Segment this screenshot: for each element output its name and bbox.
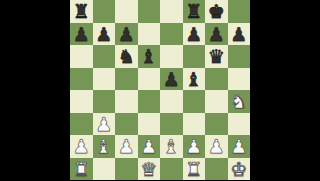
black-pawn[interactable]: ♟ bbox=[95, 23, 112, 45]
square-e1[interactable] bbox=[160, 158, 183, 181]
black-bishop[interactable]: ♝ bbox=[185, 68, 202, 90]
black-pawn[interactable]: ♟ bbox=[185, 23, 202, 45]
white-pawn[interactable]: ♟ bbox=[118, 135, 135, 157]
square-c2[interactable]: ♟ bbox=[115, 135, 138, 158]
square-c1[interactable] bbox=[115, 158, 138, 181]
square-a1[interactable]: ♜ bbox=[70, 158, 93, 181]
white-knight[interactable]: ♞ bbox=[230, 90, 247, 112]
square-d6[interactable]: ♝ bbox=[138, 45, 161, 68]
square-h7[interactable]: ♟ bbox=[228, 23, 251, 46]
square-g3[interactable] bbox=[205, 113, 228, 136]
white-pawn[interactable]: ♟ bbox=[140, 135, 157, 157]
square-c7[interactable]: ♟ bbox=[115, 23, 138, 46]
square-h3[interactable] bbox=[228, 113, 251, 136]
square-a4[interactable] bbox=[70, 90, 93, 113]
white-rook[interactable]: ♜ bbox=[73, 158, 90, 180]
square-a6[interactable] bbox=[70, 45, 93, 68]
square-f8[interactable]: ♜ bbox=[183, 0, 206, 23]
black-pawn[interactable]: ♟ bbox=[230, 23, 247, 45]
square-e4[interactable] bbox=[160, 90, 183, 113]
square-c8[interactable] bbox=[115, 0, 138, 23]
white-queen[interactable]: ♛ bbox=[140, 158, 157, 180]
white-pawn[interactable]: ♟ bbox=[208, 135, 225, 157]
black-rook[interactable]: ♜ bbox=[73, 0, 90, 22]
white-pawn[interactable]: ♟ bbox=[73, 135, 90, 157]
square-e5[interactable]: ♟ bbox=[160, 68, 183, 91]
square-h1[interactable]: ♚ bbox=[228, 158, 251, 181]
square-g4[interactable] bbox=[205, 90, 228, 113]
square-a5[interactable] bbox=[70, 68, 93, 91]
square-g1[interactable] bbox=[205, 158, 228, 181]
square-a3[interactable] bbox=[70, 113, 93, 136]
square-g7[interactable]: ♟ bbox=[205, 23, 228, 46]
square-c4[interactable] bbox=[115, 90, 138, 113]
square-h2[interactable]: ♟ bbox=[228, 135, 251, 158]
white-bishop[interactable]: ♝ bbox=[95, 135, 112, 157]
black-pawn[interactable]: ♟ bbox=[73, 23, 90, 45]
black-rook[interactable]: ♜ bbox=[185, 0, 202, 22]
square-f3[interactable] bbox=[183, 113, 206, 136]
square-e3[interactable] bbox=[160, 113, 183, 136]
square-d2[interactable]: ♟ bbox=[138, 135, 161, 158]
square-f2[interactable]: ♟ bbox=[183, 135, 206, 158]
white-pawn[interactable]: ♟ bbox=[95, 113, 112, 135]
black-queen[interactable]: ♛ bbox=[208, 45, 225, 67]
square-g8[interactable]: ♚ bbox=[205, 0, 228, 23]
square-e8[interactable] bbox=[160, 0, 183, 23]
square-b3[interactable]: ♟ bbox=[93, 113, 116, 136]
square-b1[interactable] bbox=[93, 158, 116, 181]
white-king[interactable]: ♚ bbox=[230, 158, 247, 180]
square-h5[interactable] bbox=[228, 68, 251, 91]
chess-board[interactable]: ♜♜♚♟♟♟♟♟♟♞♝♛♟♝♞♟♟♝♟♟♝♟♟♟♜♛♜♚ bbox=[70, 0, 250, 180]
square-a8[interactable]: ♜ bbox=[70, 0, 93, 23]
square-a7[interactable]: ♟ bbox=[70, 23, 93, 46]
white-bishop[interactable]: ♝ bbox=[163, 135, 180, 157]
square-b4[interactable] bbox=[93, 90, 116, 113]
black-knight[interactable]: ♞ bbox=[118, 45, 135, 67]
square-a2[interactable]: ♟ bbox=[70, 135, 93, 158]
square-f4[interactable] bbox=[183, 90, 206, 113]
square-g5[interactable] bbox=[205, 68, 228, 91]
square-c3[interactable] bbox=[115, 113, 138, 136]
square-f1[interactable]: ♜ bbox=[183, 158, 206, 181]
square-d3[interactable] bbox=[138, 113, 161, 136]
white-pawn[interactable]: ♟ bbox=[185, 135, 202, 157]
square-d1[interactable]: ♛ bbox=[138, 158, 161, 181]
square-b6[interactable] bbox=[93, 45, 116, 68]
black-king[interactable]: ♚ bbox=[208, 0, 225, 22]
square-b8[interactable] bbox=[93, 0, 116, 23]
square-f5[interactable]: ♝ bbox=[183, 68, 206, 91]
square-b7[interactable]: ♟ bbox=[93, 23, 116, 46]
white-rook[interactable]: ♜ bbox=[185, 158, 202, 180]
square-d5[interactable] bbox=[138, 68, 161, 91]
square-b2[interactable]: ♝ bbox=[93, 135, 116, 158]
square-e2[interactable]: ♝ bbox=[160, 135, 183, 158]
white-pawn[interactable]: ♟ bbox=[230, 135, 247, 157]
black-pawn[interactable]: ♟ bbox=[208, 23, 225, 45]
square-g2[interactable]: ♟ bbox=[205, 135, 228, 158]
square-d4[interactable] bbox=[138, 90, 161, 113]
square-e7[interactable] bbox=[160, 23, 183, 46]
square-d8[interactable] bbox=[138, 0, 161, 23]
square-e6[interactable] bbox=[160, 45, 183, 68]
black-pawn[interactable]: ♟ bbox=[118, 23, 135, 45]
square-g6[interactable]: ♛ bbox=[205, 45, 228, 68]
black-pawn[interactable]: ♟ bbox=[163, 68, 180, 90]
black-bishop[interactable]: ♝ bbox=[140, 45, 157, 67]
square-h4[interactable]: ♞ bbox=[228, 90, 251, 113]
square-c6[interactable]: ♞ bbox=[115, 45, 138, 68]
square-h8[interactable] bbox=[228, 0, 251, 23]
square-d7[interactable] bbox=[138, 23, 161, 46]
square-b5[interactable] bbox=[93, 68, 116, 91]
square-f6[interactable] bbox=[183, 45, 206, 68]
app-background: ♜♜♚♟♟♟♟♟♟♞♝♛♟♝♞♟♟♝♟♟♝♟♟♟♜♛♜♚ bbox=[0, 0, 320, 180]
square-h6[interactable] bbox=[228, 45, 251, 68]
square-c5[interactable] bbox=[115, 68, 138, 91]
square-f7[interactable]: ♟ bbox=[183, 23, 206, 46]
